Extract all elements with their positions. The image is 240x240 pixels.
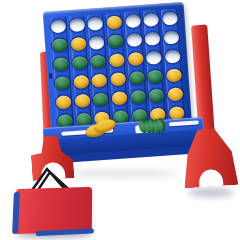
- board-cell-r1c5: [124, 11, 141, 31]
- green-disc: [52, 38, 68, 53]
- green-disc: [90, 54, 106, 69]
- yellow-disc: [109, 53, 125, 68]
- board-cell-r2c7: [163, 28, 180, 48]
- empty-hole: [126, 33, 142, 48]
- board-cell-r3c2: [71, 53, 88, 73]
- green-disc: [147, 69, 163, 84]
- empty-hole: [143, 13, 159, 28]
- board-cell-r1c4: [106, 12, 123, 32]
- board-cell-r5c6: [148, 86, 165, 106]
- board-cell-r5c1: [56, 92, 73, 112]
- board-cell-r4c6: [147, 67, 164, 87]
- board-cell-r5c2: [74, 91, 91, 111]
- empty-hole: [51, 19, 67, 34]
- board-cell-r3c7: [164, 46, 181, 66]
- yellow-disc: [110, 72, 126, 87]
- green-disc: [130, 90, 146, 105]
- board-cell-r3c6: [146, 48, 163, 68]
- empty-hole: [165, 49, 181, 64]
- yellow-disc: [92, 73, 108, 88]
- board-cell-r4c1: [54, 73, 71, 93]
- tray-yellow-discs: [84, 116, 125, 139]
- green-disc: [53, 57, 69, 72]
- board-cell-r1c6: [143, 10, 160, 30]
- empty-hole: [69, 18, 85, 33]
- board-cell-r1c7: [161, 9, 178, 29]
- yellow-disc: [73, 75, 89, 90]
- yellow-disc: [106, 15, 122, 30]
- yellow-disc: [166, 68, 182, 83]
- board-cell-r2c5: [126, 30, 143, 50]
- board-cell-r2c6: [144, 29, 161, 49]
- product-photo: [0, 0, 240, 240]
- board-grid: [50, 9, 185, 132]
- board-cell-r5c5: [130, 87, 147, 107]
- empty-hole: [163, 30, 179, 45]
- empty-hole: [145, 32, 161, 47]
- board-cell-r1c3: [87, 14, 104, 34]
- yellow-disc: [75, 94, 91, 109]
- board-cell-r1c2: [69, 15, 86, 35]
- board-cell-r2c3: [89, 33, 106, 53]
- empty-hole: [125, 14, 141, 29]
- empty-hole: [89, 35, 105, 50]
- board-cell-r1c1: [50, 16, 67, 36]
- board-cell-r2c2: [70, 34, 87, 54]
- yellow-disc: [167, 87, 183, 102]
- board-cell-r3c3: [90, 52, 107, 72]
- yellow-disc: [71, 37, 87, 52]
- bag-trim: [36, 228, 94, 236]
- board-cell-r2c4: [107, 31, 124, 51]
- green-disc: [93, 92, 109, 107]
- board-cell-r4c3: [91, 71, 108, 91]
- board-cell-r5c7: [167, 84, 184, 104]
- empty-hole: [146, 51, 162, 66]
- board-cell-r4c7: [165, 65, 182, 85]
- green-disc: [129, 71, 145, 86]
- yellow-disc: [112, 91, 128, 106]
- green-disc: [72, 56, 88, 71]
- board-peg-hole: [49, 73, 52, 78]
- board-cell-r2c1: [52, 35, 69, 55]
- tray-green-disc-stack: [138, 114, 173, 136]
- board-cell-r4c5: [128, 68, 145, 88]
- board-cell-r3c1: [53, 54, 70, 74]
- board-cell-r5c3: [93, 90, 110, 110]
- tray-slot: [169, 120, 199, 126]
- empty-hole: [88, 16, 104, 31]
- green-disc: [149, 88, 165, 103]
- board-cell-r5c4: [111, 88, 128, 108]
- bag-trim: [12, 192, 20, 234]
- bag-body: [16, 187, 92, 234]
- board-cell-r4c2: [73, 72, 90, 92]
- board-cell-r3c5: [127, 49, 144, 69]
- board-cell-r3c4: [108, 50, 125, 70]
- carry-bag: [14, 166, 96, 236]
- green-disc: [108, 34, 124, 49]
- green-disc: [55, 76, 71, 91]
- yellow-disc: [127, 52, 143, 67]
- board-cell-r4c4: [110, 69, 127, 89]
- yellow-disc: [56, 95, 72, 110]
- empty-hole: [162, 11, 178, 26]
